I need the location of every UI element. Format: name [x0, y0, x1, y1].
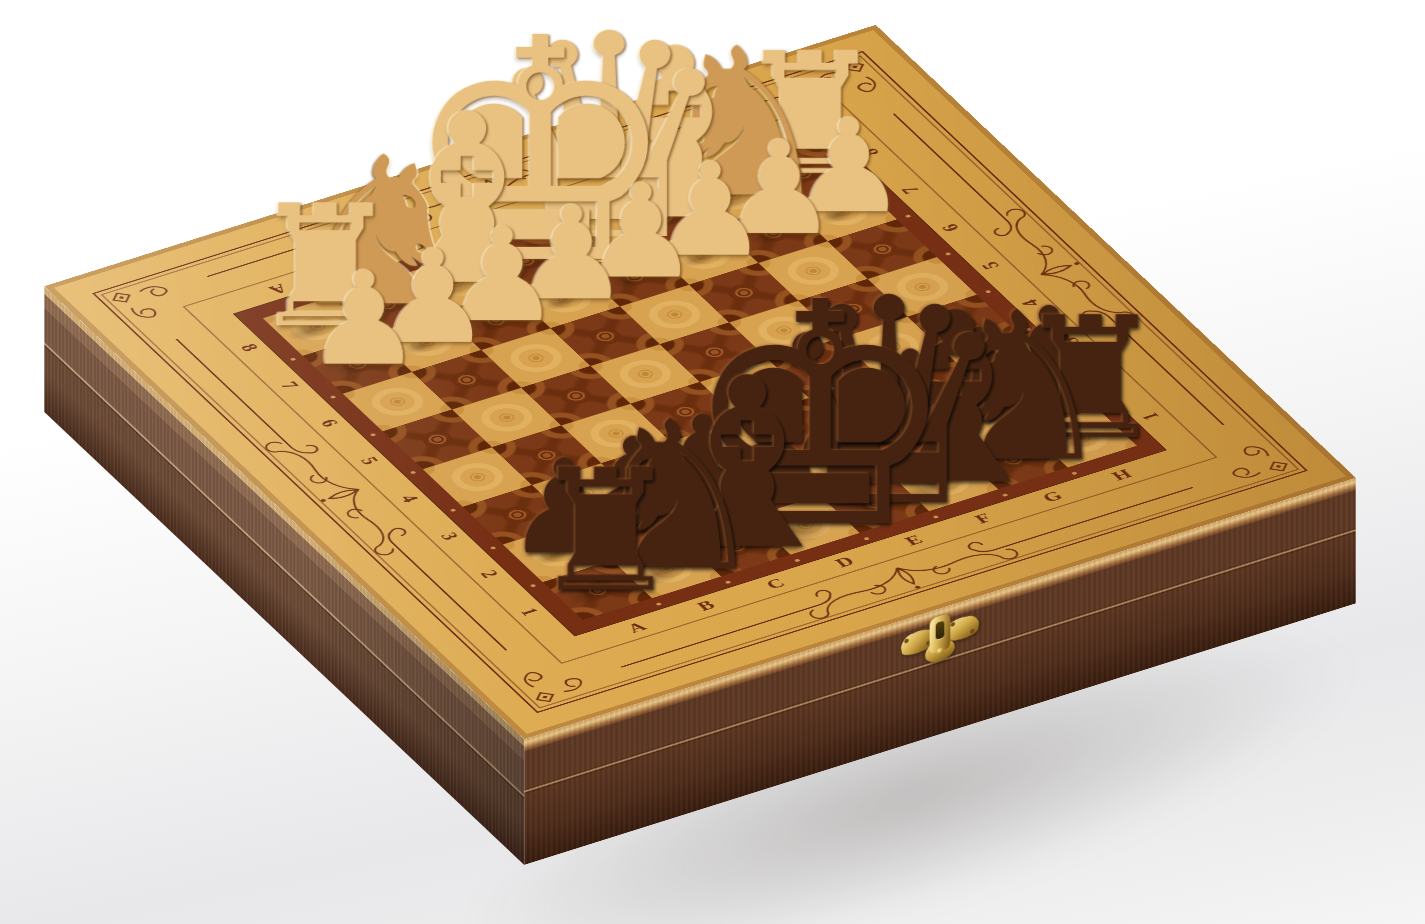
- chess-box-photo: AABBCCDDEEFFGGHH1122334455667788♜♞♟♝♟♛♟♚…: [0, 0, 1425, 924]
- piece-ground-shadow: [597, 196, 711, 249]
- piece-ground-shadow: [598, 266, 661, 296]
- piece-ground-shadow: [513, 213, 651, 278]
- piece-light-rook-h8: ♜: [735, 31, 869, 199]
- rank-label-6: 6: [286, 404, 372, 442]
- stripe-dot: [461, 245, 468, 249]
- piece-ground-shadow: [460, 310, 523, 340]
- rank-label-far-7: 7: [868, 171, 954, 209]
- file-label-far-c: C: [373, 226, 459, 264]
- stripe-dot: [289, 357, 296, 361]
- piece-light-bishop-f8: ♝: [570, 18, 758, 253]
- stripe-dot: [738, 158, 745, 162]
- square-g4: [839, 317, 948, 377]
- piece-light-pawn-c7: ♟: [444, 210, 548, 340]
- piece-ground-shadow: [668, 244, 731, 274]
- square-h4: [908, 295, 1017, 355]
- square-h6: [828, 219, 937, 279]
- stripe-dot: [904, 214, 911, 218]
- piece-ground-shadow: [529, 288, 592, 318]
- stripe-dot: [531, 224, 538, 228]
- piece-ground-shadow: [389, 262, 503, 315]
- rank-label-2: 2: [446, 555, 532, 593]
- stripe-dot: [392, 267, 399, 271]
- square-h5: [868, 257, 977, 317]
- stripe-dot: [600, 202, 607, 206]
- piece-light-knight-b8: ♞: [305, 130, 469, 335]
- file-label-far-h: H: [720, 118, 806, 156]
- piece-ground-shadow: [737, 222, 800, 252]
- piece-ground-shadow: [806, 201, 869, 231]
- chess-board: AABBCCDDEEFFGGHH1122334455667788♜♞♟♝♟♛♟♚…: [44, 25, 1355, 739]
- piece-ground-shadow: [755, 159, 836, 197]
- brass-latch: [901, 599, 979, 679]
- rank-label-far-8: 8: [828, 133, 914, 171]
- rank-label-8: 8: [206, 329, 292, 367]
- stage: AABBCCDDEEFFGGHH1122334455667788♜♞♟♝♟♛♟♚…: [0, 0, 1425, 924]
- square-g6: [759, 241, 868, 301]
- rank-label-far-3: 3: [1028, 322, 1114, 360]
- piece-light-pawn-a7: ♟: [306, 253, 410, 383]
- square-h7: [788, 182, 897, 242]
- square-d7: [511, 269, 620, 329]
- square-e6: [620, 285, 729, 345]
- stripe-dot: [1064, 365, 1071, 369]
- rank-label-7: 7: [246, 367, 332, 405]
- piece-light-pawn-h7: ♟: [790, 101, 894, 231]
- file-label-far-f: F: [581, 161, 667, 199]
- piece-light-rook-a8: ♜: [250, 183, 384, 351]
- piece-ground-shadow: [270, 312, 351, 350]
- square-d6: [551, 307, 660, 367]
- square-c7: [441, 291, 550, 351]
- piece-light-pawn-f7: ♟: [652, 144, 756, 274]
- square-b8: [332, 275, 441, 335]
- rank-label-3: 3: [406, 517, 492, 555]
- stripe-dot: [944, 252, 951, 256]
- square-e7: [580, 247, 689, 307]
- square-g8: [679, 166, 788, 226]
- stripe-dot: [323, 289, 330, 293]
- file-label-far-e: E: [512, 183, 598, 221]
- rank-label-5: 5: [326, 442, 412, 480]
- stripe-dot: [984, 290, 991, 294]
- square-e5: [660, 322, 769, 382]
- piece-light-queen-e8: ♛: [481, 0, 709, 282]
- square-d8: [471, 231, 580, 291]
- piece-light-pawn-d7: ♟: [513, 188, 617, 318]
- piece-ground-shadow: [329, 286, 428, 333]
- piece-light-pawn-g7: ♟: [721, 123, 825, 253]
- square-b7: [372, 312, 481, 372]
- square-e8: [540, 209, 649, 269]
- square-h8: [748, 144, 857, 204]
- square-g7: [719, 203, 828, 263]
- file-label-far-b: B: [304, 248, 390, 286]
- square-c6: [481, 328, 590, 388]
- square-f7: [649, 225, 758, 285]
- piece-ground-shadow: [391, 331, 454, 361]
- file-label-far-a: A: [235, 270, 321, 308]
- piece-ground-shadow: [437, 233, 586, 303]
- piece-light-pawn-b7: ♟: [375, 232, 479, 362]
- piece-light-knight-g8: ♞: [651, 21, 815, 226]
- square-f6: [689, 263, 798, 323]
- square-c8: [401, 253, 510, 313]
- rank-label-far-5: 5: [948, 246, 1034, 284]
- piece-ground-shadow: [675, 177, 774, 224]
- piece-light-king-d8: ♚: [402, 0, 648, 307]
- rank-label-far-4: 4: [988, 284, 1074, 322]
- piece-light-bishop-c8: ♝: [362, 83, 550, 318]
- stripe-dot: [1024, 327, 1031, 331]
- file-label-far-d: D: [443, 205, 529, 243]
- square-a8: [263, 296, 372, 356]
- square-g5: [799, 279, 908, 339]
- square-f8: [609, 187, 718, 247]
- rank-label-far-6: 6: [908, 209, 994, 247]
- square-f5: [729, 301, 838, 361]
- stripe-dot: [669, 180, 676, 184]
- file-label-far-g: G: [651, 139, 737, 177]
- piece-light-pawn-e7: ♟: [583, 166, 687, 296]
- piece-ground-shadow: [321, 353, 384, 383]
- stripe-dot: [864, 177, 871, 181]
